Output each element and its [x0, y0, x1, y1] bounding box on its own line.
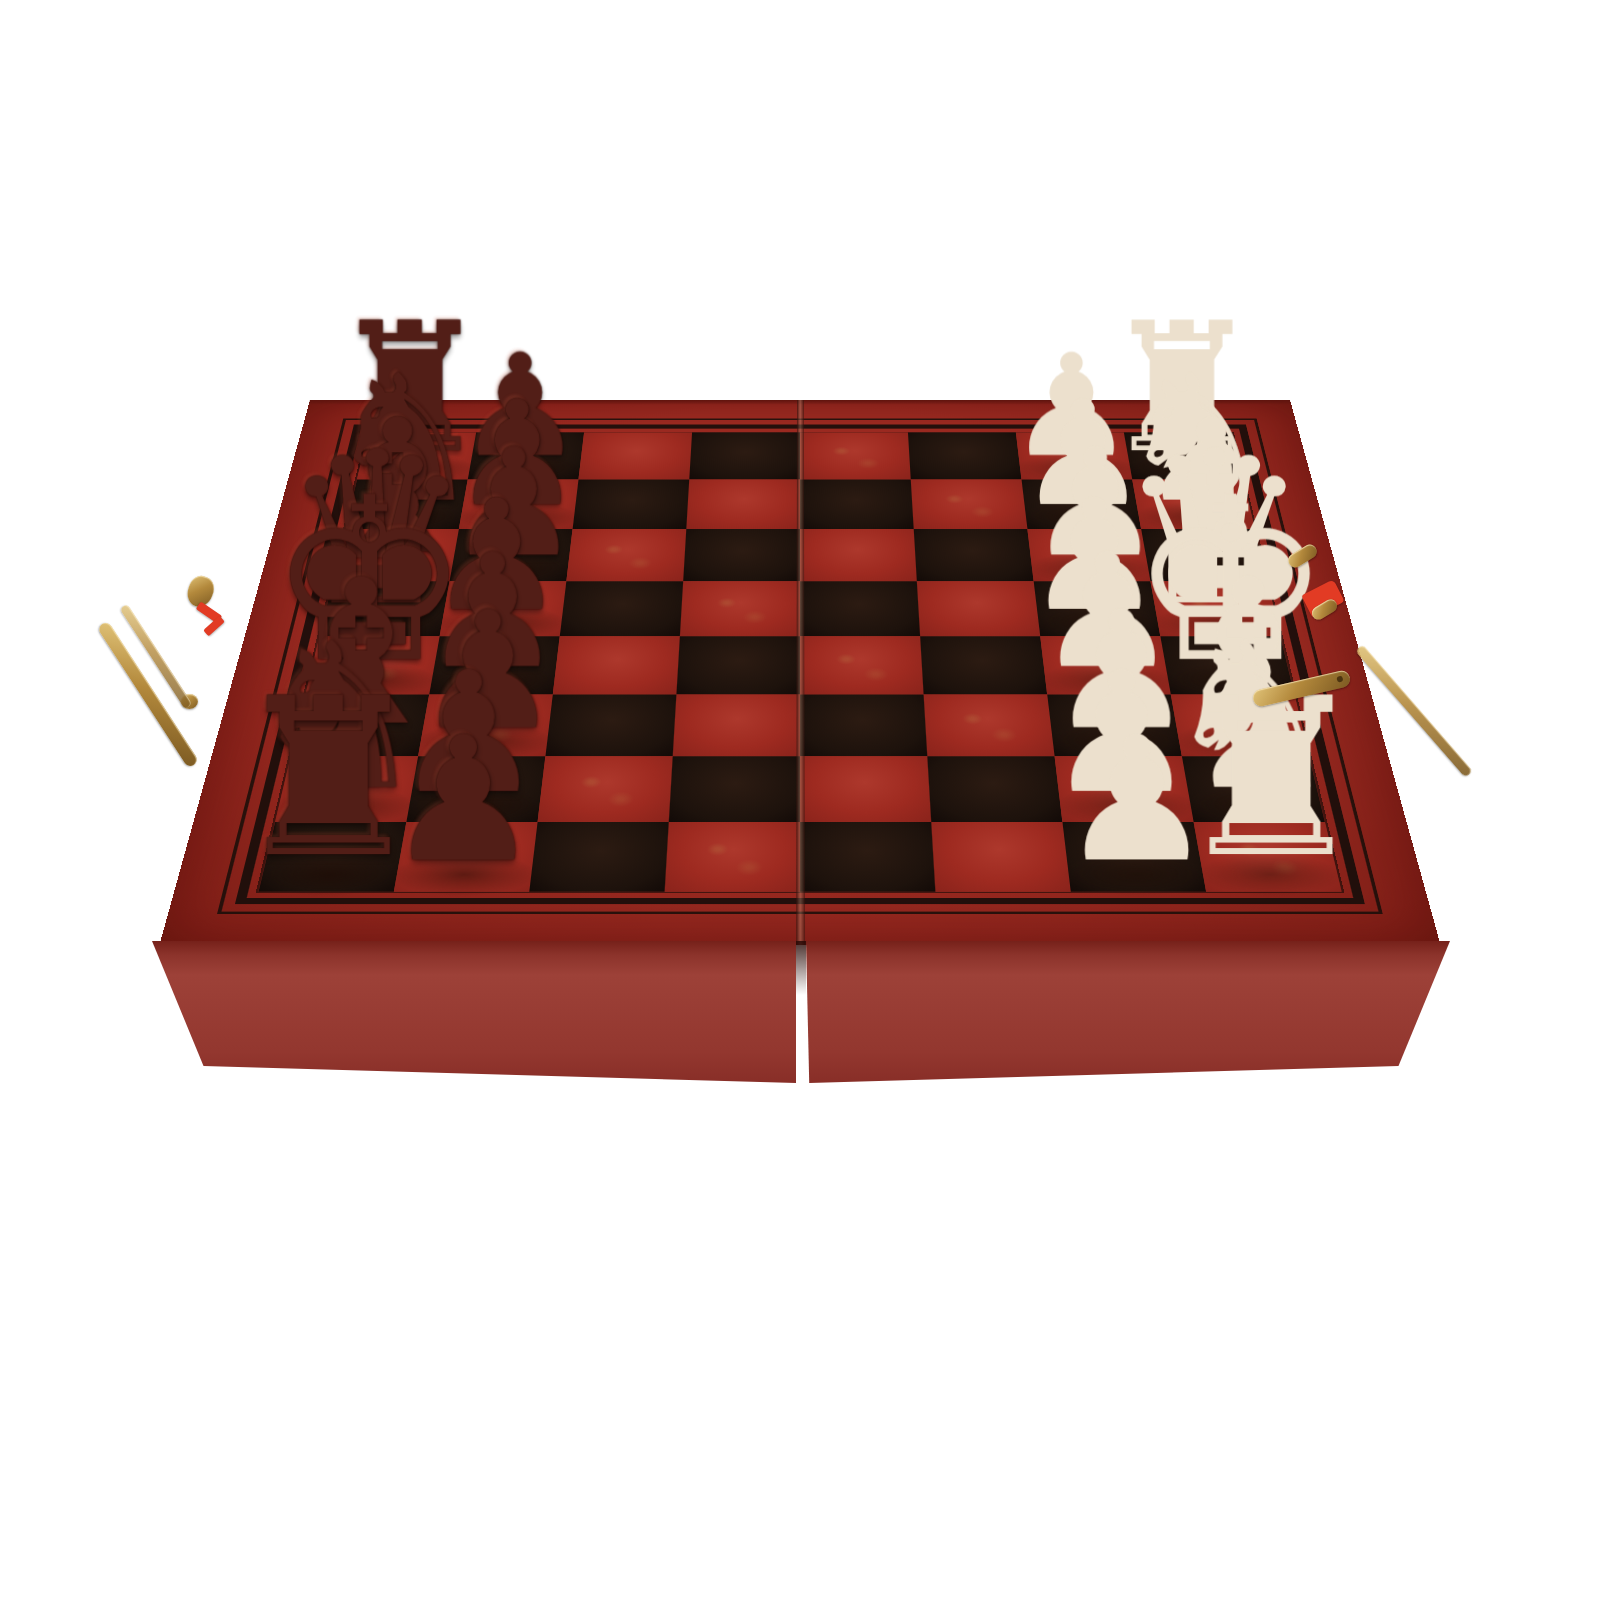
square-c6[interactable]: [566, 529, 686, 581]
square-h5[interactable]: [665, 822, 800, 892]
square-h1[interactable]: ♜: [1194, 822, 1342, 892]
square-d3[interactable]: [917, 581, 1040, 636]
square-f5[interactable]: [673, 695, 800, 757]
square-a4[interactable]: [800, 433, 911, 480]
box-hinge-gap: [796, 941, 806, 995]
square-g5[interactable]: [669, 756, 800, 822]
square-c3[interactable]: [914, 529, 1034, 581]
square-f6[interactable]: [545, 695, 676, 757]
square-e6[interactable]: [553, 636, 680, 694]
piece-white-rook-h1[interactable]: ♜: [1173, 679, 1369, 880]
square-g3[interactable]: [927, 756, 1062, 822]
box-front-left: [152, 941, 796, 1083]
square-h8[interactable]: ♜: [258, 822, 406, 892]
square-b6[interactable]: [573, 480, 690, 529]
product-photo-stage: ♜♟♟♜♞♟♟♞♝♟♟♝♛♟♟♛♚♟♟♚♝♟♟♝♞♟♟♞♜♟♟♜: [0, 0, 1600, 1600]
square-a3[interactable]: [908, 433, 1022, 480]
square-a5[interactable]: [689, 433, 800, 480]
square-d5[interactable]: [680, 581, 800, 636]
square-h3[interactable]: [931, 822, 1071, 892]
red-ribbon2-icon: [203, 616, 225, 637]
square-b5[interactable]: [686, 480, 800, 529]
box-front-right: [806, 941, 1450, 1083]
square-h4[interactable]: [800, 822, 935, 892]
square-b4[interactable]: [800, 480, 914, 529]
piece-black-rook-h8[interactable]: ♜: [231, 679, 427, 880]
square-c4[interactable]: [800, 529, 917, 581]
square-e3[interactable]: [920, 636, 1047, 694]
square-e5[interactable]: [676, 636, 800, 694]
square-b3[interactable]: [911, 480, 1028, 529]
chess-board: ♜♟♟♜♞♟♟♞♝♟♟♝♛♟♟♛♚♟♟♚♝♟♟♝♞♟♟♞♜♟♟♜: [159, 400, 1440, 945]
square-d6[interactable]: [560, 581, 683, 636]
square-c5[interactable]: [683, 529, 800, 581]
square-g4[interactable]: [800, 756, 931, 822]
square-f3[interactable]: [924, 695, 1055, 757]
square-h6[interactable]: [529, 822, 669, 892]
fold-seam: [796, 400, 805, 945]
square-e4[interactable]: [800, 636, 924, 694]
square-a6[interactable]: [578, 433, 692, 480]
square-f4[interactable]: [800, 695, 927, 757]
square-d4[interactable]: [800, 581, 920, 636]
square-g6[interactable]: [538, 756, 673, 822]
